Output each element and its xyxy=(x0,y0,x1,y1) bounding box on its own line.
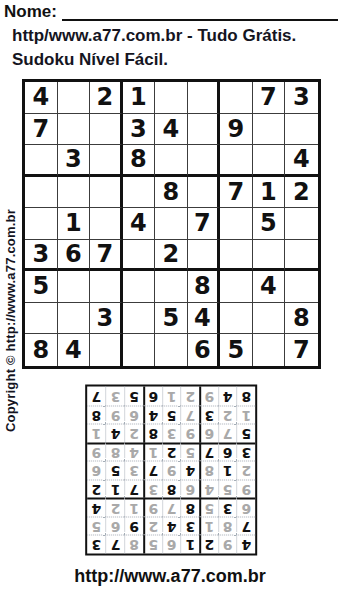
footer-url: http://www.a77.com.br xyxy=(0,566,340,587)
puzzle-cell-r9c6[interactable]: 6 xyxy=(188,334,221,366)
solution-cell-r5c8: 5 xyxy=(106,461,125,480)
puzzle-cell-r8c2[interactable] xyxy=(58,303,91,335)
solution-cell-r9c5: 1 xyxy=(162,387,181,406)
puzzle-cell-r8c7[interactable] xyxy=(220,303,253,335)
puzzle-cell-r2c3[interactable] xyxy=(90,114,123,146)
puzzle-cell-r1c2[interactable] xyxy=(58,82,91,114)
puzzle-cell-r2c2[interactable] xyxy=(58,114,91,146)
solution-cell-r3c2: 3 xyxy=(218,498,237,517)
puzzle-cell-r4c9[interactable]: 2 xyxy=(285,177,318,209)
puzzle-cell-r8c6[interactable]: 4 xyxy=(188,303,221,335)
solution-cell-r5c9: 6 xyxy=(87,461,106,480)
puzzle-cell-r3c7[interactable] xyxy=(220,145,253,177)
solution-cell-r4c9: 2 xyxy=(87,480,106,499)
puzzle-cell-r4c1[interactable] xyxy=(25,177,58,209)
solution-cell-r8c4: 7 xyxy=(180,406,199,425)
solution-cell-r1c2: 9 xyxy=(218,535,237,554)
solution-cell-r5c6: 7 xyxy=(143,461,162,480)
puzzle-cell-r4c6[interactable] xyxy=(188,177,221,209)
puzzle-cell-r5c8[interactable]: 5 xyxy=(253,208,286,240)
puzzle-cell-r3c2[interactable]: 3 xyxy=(58,145,91,177)
puzzle-cell-r4c8[interactable]: 1 xyxy=(253,177,286,209)
solution-cell-r1c6: 5 xyxy=(143,535,162,554)
solution-cell-r5c1: 2 xyxy=(237,461,256,480)
puzzle-cell-r3c1[interactable] xyxy=(25,145,58,177)
puzzle-cell-r1c1[interactable]: 4 xyxy=(25,82,58,114)
solution-cell-r9c8: 3 xyxy=(106,387,125,406)
puzzle-cell-r9c9[interactable]: 7 xyxy=(285,334,318,366)
solution-cell-r4c2: 5 xyxy=(218,480,237,499)
solution-cell-r7c8: 4 xyxy=(106,424,125,443)
puzzle-cell-r7c1[interactable]: 5 xyxy=(25,271,58,303)
solution-cell-r7c5: 3 xyxy=(162,424,181,443)
solution-cell-r8c6: 4 xyxy=(143,406,162,425)
puzzle-cell-r6c1[interactable]: 3 xyxy=(25,240,58,272)
puzzle-cell-r5c2[interactable]: 1 xyxy=(58,208,91,240)
solution-cell-r3c1: 6 xyxy=(237,498,256,517)
solution-cell-r3c3: 5 xyxy=(199,498,218,517)
solution-cell-r5c7: 3 xyxy=(124,461,143,480)
puzzle-cell-r3c8[interactable] xyxy=(253,145,286,177)
solution-cell-r6c5: 2 xyxy=(162,443,181,462)
puzzle-cell-r7c7[interactable] xyxy=(220,271,253,303)
solution-cell-r6c8: 8 xyxy=(106,443,125,462)
solution-cell-r4c7: 7 xyxy=(124,480,143,499)
solution-cell-r9c3: 9 xyxy=(199,387,218,406)
solution-cell-r3c7: 1 xyxy=(124,498,143,517)
solution-cell-r1c3: 2 xyxy=(199,535,218,554)
puzzle-cell-r6c6[interactable] xyxy=(188,240,221,272)
solution-cell-r6c2: 6 xyxy=(218,443,237,462)
solution-cell-r2c3: 1 xyxy=(199,517,218,536)
solution-cell-r8c1: 1 xyxy=(237,406,256,425)
solution-cell-r4c5: 8 xyxy=(162,480,181,499)
solution-cell-r7c3: 6 xyxy=(199,424,218,443)
puzzle-cell-r7c4[interactable] xyxy=(123,271,156,303)
puzzle-cell-r9c7[interactable]: 5 xyxy=(220,334,253,366)
solution-cell-r3c4: 8 xyxy=(180,498,199,517)
solution-cell-r6c9: 9 xyxy=(87,443,106,462)
solution-cell-r1c8: 7 xyxy=(106,535,125,554)
puzzle-cell-r4c7[interactable]: 7 xyxy=(220,177,253,209)
puzzle-cell-r9c3[interactable] xyxy=(90,334,123,366)
solution-cell-r1c9: 3 xyxy=(87,535,106,554)
puzzle-cell-r9c5[interactable] xyxy=(155,334,188,366)
puzzle-cell-r6c8[interactable] xyxy=(253,240,286,272)
solution-cell-r1c7: 8 xyxy=(124,535,143,554)
solution-cell-r3c8: 2 xyxy=(106,498,125,517)
solution-cell-r2c8: 6 xyxy=(106,517,125,536)
puzzle-cell-r4c5[interactable]: 8 xyxy=(155,177,188,209)
solution-cell-r1c1: 4 xyxy=(237,535,256,554)
name-input-line[interactable] xyxy=(62,19,338,21)
solution-cell-r9c9: 7 xyxy=(87,387,106,406)
puzzle-cell-r8c8[interactable] xyxy=(253,303,286,335)
solution-cell-r2c4: 3 xyxy=(180,517,199,536)
solution-cell-r8c3: 3 xyxy=(199,406,218,425)
puzzle-cell-r7c2[interactable] xyxy=(58,271,91,303)
solution-cell-r6c1: 3 xyxy=(237,443,256,462)
puzzle-cell-r9c8[interactable] xyxy=(253,334,286,366)
solution-cell-r2c6: 2 xyxy=(143,517,162,536)
puzzle-cell-r2c1[interactable]: 7 xyxy=(25,114,58,146)
solution-cell-r8c9: 8 xyxy=(87,406,106,425)
puzzle-cell-r1c7[interactable] xyxy=(220,82,253,114)
solution-cell-r4c3: 4 xyxy=(199,480,218,499)
solution-cell-r6c4: 5 xyxy=(180,443,199,462)
solution-cell-r5c3: 8 xyxy=(199,461,218,480)
puzzle-cell-r3c9[interactable]: 4 xyxy=(285,145,318,177)
puzzle-cell-r5c9[interactable] xyxy=(285,208,318,240)
puzzle-cell-r1c3[interactable]: 2 xyxy=(90,82,123,114)
name-label: Nome: xyxy=(4,2,57,22)
puzzle-cell-r9c4[interactable] xyxy=(123,334,156,366)
solution-cell-r9c1: 8 xyxy=(237,387,256,406)
puzzle-cell-r5c3[interactable] xyxy=(90,208,123,240)
solution-cell-r4c4: 6 xyxy=(180,480,199,499)
solution-cell-r8c5: 5 xyxy=(162,406,181,425)
solution-cell-r2c2: 8 xyxy=(218,517,237,536)
solution-cell-r8c7: 6 xyxy=(124,406,143,425)
puzzle-cell-r6c9[interactable] xyxy=(285,240,318,272)
puzzle-cell-r3c3[interactable] xyxy=(90,145,123,177)
solution-cell-r5c2: 1 xyxy=(218,461,237,480)
puzzle-cell-r5c6[interactable]: 7 xyxy=(188,208,221,240)
solution-cell-r4c1: 9 xyxy=(237,480,256,499)
solution-cell-r2c9: 5 xyxy=(87,517,106,536)
solution-cell-r8c8: 9 xyxy=(106,406,125,425)
solution-cell-r7c1: 5 xyxy=(237,424,256,443)
solution-cell-r3c6: 9 xyxy=(143,498,162,517)
puzzle-cell-r4c3[interactable] xyxy=(90,177,123,209)
main-sudoku-grid: 421737349384871214753672584354884657 xyxy=(22,79,321,369)
solution-cell-r7c7: 2 xyxy=(124,424,143,443)
solution-cell-r6c7: 4 xyxy=(124,443,143,462)
puzzle-cell-r8c1[interactable] xyxy=(25,303,58,335)
puzzle-cell-r5c7[interactable] xyxy=(220,208,253,240)
puzzle-cell-r2c5[interactable]: 4 xyxy=(155,114,188,146)
puzzle-cell-r7c3[interactable] xyxy=(90,271,123,303)
puzzle-cell-r6c3[interactable]: 7 xyxy=(90,240,123,272)
puzzle-cell-r8c3[interactable]: 3 xyxy=(90,303,123,335)
puzzle-cell-r7c8[interactable]: 4 xyxy=(253,271,286,303)
solution-cell-r9c2: 4 xyxy=(218,387,237,406)
puzzle-cell-r2c6[interactable] xyxy=(188,114,221,146)
puzzle-cell-r8c9[interactable]: 8 xyxy=(285,303,318,335)
solution-cell-r3c5: 7 xyxy=(162,498,181,517)
puzzle-cell-r1c9[interactable]: 3 xyxy=(285,82,318,114)
puzzle-cell-r9c1[interactable]: 8 xyxy=(25,334,58,366)
solution-cell-r7c6: 8 xyxy=(143,424,162,443)
puzzle-cell-r8c4[interactable] xyxy=(123,303,156,335)
puzzle-cell-r2c9[interactable] xyxy=(285,114,318,146)
solution-cell-r6c3: 7 xyxy=(199,443,218,462)
solution-cell-r1c4: 1 xyxy=(180,535,199,554)
puzzle-cell-r3c5[interactable] xyxy=(155,145,188,177)
puzzle-cell-r1c8[interactable]: 7 xyxy=(253,82,286,114)
copyright-text: Copyright © http://www.a77.com.br xyxy=(3,209,18,432)
solution-cell-r7c9: 1 xyxy=(87,424,106,443)
solution-cell-r2c1: 7 xyxy=(237,517,256,536)
puzzle-cell-r2c4[interactable]: 3 xyxy=(123,114,156,146)
solution-cell-r5c4: 4 xyxy=(180,461,199,480)
puzzle-cell-r8c5[interactable]: 5 xyxy=(155,303,188,335)
solution-cell-r4c8: 1 xyxy=(106,480,125,499)
puzzle-cell-r6c4[interactable] xyxy=(123,240,156,272)
puzzle-cell-r1c5[interactable] xyxy=(155,82,188,114)
solution-cell-r7c4: 9 xyxy=(180,424,199,443)
solution-cell-r4c6: 3 xyxy=(143,480,162,499)
puzzle-cell-r7c6[interactable]: 8 xyxy=(188,271,221,303)
solution-cell-r5c5: 9 xyxy=(162,461,181,480)
puzzle-cell-r7c5[interactable] xyxy=(155,271,188,303)
solution-cell-r9c7: 5 xyxy=(124,387,143,406)
solution-cell-r1c5: 6 xyxy=(162,535,181,554)
puzzle-cell-r7c9[interactable] xyxy=(285,271,318,303)
puzzle-cell-r2c8[interactable] xyxy=(253,114,286,146)
puzzle-cell-r4c2[interactable] xyxy=(58,177,91,209)
puzzle-cell-r5c1[interactable] xyxy=(25,208,58,240)
site-title: http/www.a77.com.br - Tudo Grátis. xyxy=(12,26,296,46)
solution-cell-r2c7: 9 xyxy=(124,517,143,536)
solution-cell-r9c4: 2 xyxy=(180,387,199,406)
puzzle-cell-r5c4[interactable]: 4 xyxy=(123,208,156,240)
puzzle-cell-r3c6[interactable] xyxy=(188,145,221,177)
puzzle-cell-r6c5[interactable]: 2 xyxy=(155,240,188,272)
puzzle-cell-r3c4[interactable]: 8 xyxy=(123,145,156,177)
solution-cell-r3c9: 4 xyxy=(87,498,106,517)
solution-cell-r9c6: 6 xyxy=(143,387,162,406)
solution-cell-r7c2: 7 xyxy=(218,424,237,443)
puzzle-cell-r1c6[interactable] xyxy=(188,82,221,114)
puzzle-cell-r9c2[interactable]: 4 xyxy=(58,334,91,366)
puzzle-cell-r6c2[interactable]: 6 xyxy=(58,240,91,272)
puzzle-cell-r6c7[interactable] xyxy=(220,240,253,272)
puzzle-cell-r4c4[interactable] xyxy=(123,177,156,209)
puzzle-level-title: Sudoku Nível Fácil. xyxy=(12,50,168,70)
solution-cell-r8c2: 2 xyxy=(218,406,237,425)
puzzle-cell-r1c4[interactable]: 1 xyxy=(123,82,156,114)
puzzle-cell-r5c5[interactable] xyxy=(155,208,188,240)
solution-cell-r2c5: 4 xyxy=(162,517,181,536)
solution-cell-r6c6: 1 xyxy=(143,443,162,462)
puzzle-cell-r2c7[interactable]: 9 xyxy=(220,114,253,146)
solution-grid: 4921658737813429656358791249546837122184… xyxy=(85,385,257,556)
